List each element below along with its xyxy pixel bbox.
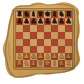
white-pawn-h2[interactable]: ♟ bbox=[65, 53, 71, 60]
square-g2[interactable]: ♟ bbox=[58, 53, 65, 60]
square-h8[interactable]: ♜ bbox=[65, 11, 72, 18]
square-c7[interactable]: ♟ bbox=[30, 18, 37, 25]
square-b7[interactable]: ♟ bbox=[23, 18, 30, 25]
black-pawn-f7[interactable]: ♟ bbox=[51, 18, 57, 25]
square-h5[interactable] bbox=[65, 32, 72, 39]
white-pawn-d2[interactable]: ♟ bbox=[37, 53, 43, 60]
square-f4[interactable] bbox=[51, 39, 58, 46]
black-rook-a8[interactable]: ♜ bbox=[16, 11, 22, 18]
square-g5[interactable] bbox=[58, 32, 65, 39]
white-knight-g1[interactable]: ♞ bbox=[58, 60, 64, 67]
white-king-e1[interactable]: ♚ bbox=[44, 60, 50, 67]
square-d6[interactable] bbox=[37, 25, 44, 32]
black-pawn-g7[interactable]: ♟ bbox=[58, 18, 64, 25]
square-d2[interactable]: ♟ bbox=[37, 53, 44, 60]
chessboard-photo: ♜♞♝♛♚♝♞♜♟♟♟♟♟♟♟♟♟♟♟♟♟♟♟♟♜♞♝♛♚♝♞♜ bbox=[0, 0, 84, 84]
white-knight-b1[interactable]: ♞ bbox=[23, 60, 29, 67]
black-pawn-h7[interactable]: ♟ bbox=[65, 18, 71, 25]
black-rook-h8[interactable]: ♜ bbox=[65, 11, 71, 18]
square-a2[interactable]: ♟ bbox=[16, 53, 23, 60]
square-e1[interactable]: ♚ bbox=[44, 60, 51, 67]
square-f8[interactable]: ♝ bbox=[51, 11, 58, 18]
square-d7[interactable]: ♟ bbox=[37, 18, 44, 25]
square-b4[interactable] bbox=[23, 39, 30, 46]
square-h2[interactable]: ♟ bbox=[65, 53, 72, 60]
white-bishop-c1[interactable]: ♝ bbox=[30, 60, 36, 67]
white-rook-h1[interactable]: ♜ bbox=[65, 60, 71, 67]
square-g3[interactable] bbox=[58, 46, 65, 53]
square-e2[interactable]: ♟ bbox=[44, 53, 51, 60]
white-bishop-f1[interactable]: ♝ bbox=[51, 60, 57, 67]
square-f1[interactable]: ♝ bbox=[51, 60, 58, 67]
square-b6[interactable] bbox=[23, 25, 30, 32]
square-h4[interactable] bbox=[65, 39, 72, 46]
square-f5[interactable] bbox=[51, 32, 58, 39]
square-a3[interactable] bbox=[16, 46, 23, 53]
square-f7[interactable]: ♟ bbox=[51, 18, 58, 25]
white-rook-a1[interactable]: ♜ bbox=[16, 60, 22, 67]
square-e6[interactable] bbox=[44, 25, 51, 32]
black-pawn-a7[interactable]: ♟ bbox=[16, 18, 22, 25]
square-f2[interactable]: ♟ bbox=[51, 53, 58, 60]
chess-board[interactable]: ♜♞♝♛♚♝♞♜♟♟♟♟♟♟♟♟♟♟♟♟♟♟♟♟♜♞♝♛♚♝♞♜ bbox=[15, 10, 73, 68]
square-e5[interactable] bbox=[44, 32, 51, 39]
square-h6[interactable] bbox=[65, 25, 72, 32]
square-a8[interactable]: ♜ bbox=[16, 11, 23, 18]
square-a5[interactable] bbox=[16, 32, 23, 39]
square-b3[interactable] bbox=[23, 46, 30, 53]
square-g7[interactable]: ♟ bbox=[58, 18, 65, 25]
white-pawn-b2[interactable]: ♟ bbox=[23, 53, 29, 60]
square-f3[interactable] bbox=[51, 46, 58, 53]
square-b1[interactable]: ♞ bbox=[23, 60, 30, 67]
square-c5[interactable] bbox=[30, 32, 37, 39]
white-pawn-c2[interactable]: ♟ bbox=[30, 53, 36, 60]
square-a6[interactable] bbox=[16, 25, 23, 32]
square-c1[interactable]: ♝ bbox=[30, 60, 37, 67]
square-g6[interactable] bbox=[58, 25, 65, 32]
black-queen-d8[interactable]: ♛ bbox=[37, 11, 43, 18]
square-b8[interactable]: ♞ bbox=[23, 11, 30, 18]
square-d5[interactable] bbox=[37, 32, 44, 39]
white-pawn-g2[interactable]: ♟ bbox=[58, 53, 64, 60]
black-bishop-f8[interactable]: ♝ bbox=[51, 11, 57, 18]
black-knight-g8[interactable]: ♞ bbox=[58, 11, 64, 18]
black-knight-b8[interactable]: ♞ bbox=[23, 11, 29, 18]
square-a1[interactable]: ♜ bbox=[16, 60, 23, 67]
white-pawn-f2[interactable]: ♟ bbox=[51, 53, 57, 60]
black-pawn-e7[interactable]: ♟ bbox=[44, 18, 50, 25]
square-g1[interactable]: ♞ bbox=[58, 60, 65, 67]
square-b5[interactable] bbox=[23, 32, 30, 39]
black-pawn-d7[interactable]: ♟ bbox=[37, 18, 43, 25]
square-g4[interactable] bbox=[58, 39, 65, 46]
square-h3[interactable] bbox=[65, 46, 72, 53]
black-king-e8[interactable]: ♚ bbox=[44, 11, 50, 18]
square-e7[interactable]: ♟ bbox=[44, 18, 51, 25]
square-d4[interactable] bbox=[37, 39, 44, 46]
square-a4[interactable] bbox=[16, 39, 23, 46]
white-pawn-a2[interactable]: ♟ bbox=[16, 53, 22, 60]
square-e3[interactable] bbox=[44, 46, 51, 53]
white-pawn-e2[interactable]: ♟ bbox=[44, 53, 50, 60]
white-queen-d1[interactable]: ♛ bbox=[37, 60, 43, 67]
square-e8[interactable]: ♚ bbox=[44, 11, 51, 18]
square-a7[interactable]: ♟ bbox=[16, 18, 23, 25]
square-c3[interactable] bbox=[30, 46, 37, 53]
square-g8[interactable]: ♞ bbox=[58, 11, 65, 18]
square-c6[interactable] bbox=[30, 25, 37, 32]
square-c8[interactable]: ♝ bbox=[30, 11, 37, 18]
black-pawn-c7[interactable]: ♟ bbox=[30, 18, 36, 25]
square-d8[interactable]: ♛ bbox=[37, 11, 44, 18]
square-e4[interactable] bbox=[44, 39, 51, 46]
black-bishop-c8[interactable]: ♝ bbox=[30, 11, 36, 18]
square-b2[interactable]: ♟ bbox=[23, 53, 30, 60]
square-c2[interactable]: ♟ bbox=[30, 53, 37, 60]
square-h7[interactable]: ♟ bbox=[65, 18, 72, 25]
square-d1[interactable]: ♛ bbox=[37, 60, 44, 67]
black-pawn-b7[interactable]: ♟ bbox=[23, 18, 29, 25]
square-f6[interactable] bbox=[51, 25, 58, 32]
square-c4[interactable] bbox=[30, 39, 37, 46]
square-d3[interactable] bbox=[37, 46, 44, 53]
square-h1[interactable]: ♜ bbox=[65, 60, 72, 67]
